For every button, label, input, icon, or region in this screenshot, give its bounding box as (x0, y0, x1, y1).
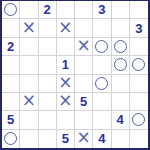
cell-r2c8: 3 (130, 19, 148, 37)
cell-r7c3[interactable] (39, 111, 57, 129)
cell-r6c8[interactable] (130, 93, 148, 111)
circle-mark (114, 58, 127, 71)
circle-mark (132, 113, 145, 126)
cell-r3c3[interactable] (39, 38, 57, 56)
cell-r3c1: 2 (2, 38, 20, 56)
x-mark: × (58, 19, 72, 36)
cell-r5c8[interactable] (130, 75, 148, 93)
cell-r8c4: 5 (57, 130, 75, 148)
cell-r6c5: 5 (75, 93, 93, 111)
cell-r6c1[interactable] (2, 93, 20, 111)
cell-r6c3[interactable] (39, 93, 57, 111)
x-mark: × (58, 92, 72, 109)
cell-r3c2[interactable] (20, 38, 38, 56)
circle-mark (95, 77, 108, 90)
cell-r3c7[interactable] (112, 38, 130, 56)
cell-r7c7: 4 (112, 111, 130, 129)
cell-r5c6[interactable] (93, 75, 111, 93)
cell-r4c3[interactable] (39, 56, 57, 74)
x-mark: × (58, 74, 72, 91)
cell-r3c4[interactable] (57, 38, 75, 56)
x-mark: × (22, 92, 36, 109)
cell-r6c2[interactable]: × (20, 93, 38, 111)
cell-r7c2[interactable] (20, 111, 38, 129)
cell-r2c4[interactable]: × (57, 19, 75, 37)
cell-r2c1[interactable] (2, 19, 20, 37)
cell-r4c7[interactable] (112, 56, 130, 74)
x-mark: × (22, 19, 36, 36)
cell-r8c7[interactable] (112, 130, 130, 148)
cell-r4c2[interactable] (20, 56, 38, 74)
circle-mark (114, 40, 127, 53)
cell-r7c4[interactable] (57, 111, 75, 129)
cell-r1c5[interactable] (75, 1, 93, 19)
clue-number: 4 (117, 113, 124, 126)
cell-r3c5[interactable]: × (75, 38, 93, 56)
cell-r2c3[interactable] (39, 19, 57, 37)
cell-r6c6[interactable] (93, 93, 111, 111)
cell-r2c7[interactable] (112, 19, 130, 37)
clue-number: 2 (7, 40, 14, 53)
cell-r4c1[interactable] (2, 56, 20, 74)
cell-r1c6: 3 (93, 1, 111, 19)
cell-r8c1[interactable] (2, 130, 20, 148)
clue-number: 5 (80, 95, 87, 108)
cell-r3c6[interactable] (93, 38, 111, 56)
x-mark: × (77, 37, 91, 54)
cell-r4c5[interactable] (75, 56, 93, 74)
cell-r2c6[interactable] (93, 19, 111, 37)
circle-mark (132, 58, 145, 71)
cell-r8c6: 4 (93, 130, 111, 148)
cell-r1c7[interactable] (112, 1, 130, 19)
circle-mark (4, 132, 17, 145)
circle-mark (95, 40, 108, 53)
clue-number: 2 (44, 3, 51, 16)
clue-number: 3 (98, 3, 105, 16)
clue-number: 1 (62, 58, 69, 71)
cell-r7c8[interactable] (130, 111, 148, 129)
cell-r1c3: 2 (39, 1, 57, 19)
cell-r7c6[interactable] (93, 111, 111, 129)
cell-r6c7[interactable] (112, 93, 130, 111)
clue-number: 5 (7, 113, 14, 126)
cell-r5c7[interactable] (112, 75, 130, 93)
cell-r4c6[interactable] (93, 56, 111, 74)
circle-mark (4, 3, 17, 16)
clue-number: 5 (62, 132, 69, 145)
cell-r2c2[interactable]: × (20, 19, 38, 37)
cell-r5c5[interactable] (75, 75, 93, 93)
cell-r8c8[interactable] (130, 130, 148, 148)
clue-number: 3 (135, 22, 142, 35)
cell-r1c8[interactable] (130, 1, 148, 19)
cell-r8c5[interactable]: × (75, 130, 93, 148)
clue-number: 4 (98, 132, 105, 145)
cell-r3c8[interactable] (130, 38, 148, 56)
cell-r6c4[interactable]: × (57, 93, 75, 111)
cell-r4c8[interactable] (130, 56, 148, 74)
x-mark: × (77, 129, 91, 146)
cell-r1c1[interactable] (2, 1, 20, 19)
cell-r5c3[interactable] (39, 75, 57, 93)
cell-r8c2[interactable] (20, 130, 38, 148)
board: 23××32×1×××5545×4 (0, 0, 150, 150)
cell-r5c1[interactable] (2, 75, 20, 93)
cell-r7c1: 5 (2, 111, 20, 129)
cell-r8c3[interactable] (39, 130, 57, 148)
